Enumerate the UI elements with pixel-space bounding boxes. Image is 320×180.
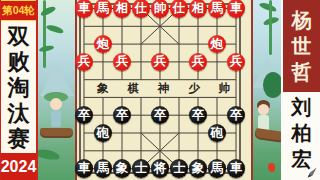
black-piece-馬: 馬 [208, 159, 227, 178]
red-piece-帥: 帥 [151, 0, 170, 18]
char: 刘 [292, 94, 312, 120]
left-sidebar: 第04轮 双败淘汰赛 2024 [0, 0, 38, 180]
char: 象 [97, 81, 109, 96]
char: 棋 [127, 81, 139, 96]
black-piece-車: 車 [227, 159, 246, 178]
tree-decoration [263, 72, 281, 98]
red-piece-仕: 仕 [170, 0, 189, 18]
bamboo-leaf-decoration [259, 1, 278, 13]
char: 神 [158, 81, 170, 96]
year-badge: 2024 [1, 153, 36, 180]
brush-pen-icon [305, 166, 318, 179]
char: 世 [292, 33, 312, 59]
red-piece-馬: 馬 [208, 0, 227, 18]
bamboo-leaf-decoration [39, 44, 55, 52]
char: 少 [188, 81, 200, 96]
bamboo-stalk-decoration [269, 0, 272, 55]
char: 柏 [292, 120, 312, 146]
char: 帅 [219, 81, 231, 96]
char: 赛 [8, 127, 30, 149]
char: 杨 [292, 7, 312, 33]
scenery-right [253, 0, 281, 180]
black-piece-士: 士 [170, 159, 189, 178]
boat-illustration [255, 128, 281, 141]
char: 汰 [8, 102, 30, 124]
bamboo-leaf-decoration [46, 23, 65, 34]
river-text: 象棋神少帅 [97, 81, 230, 96]
xiangqi-thumbnail: 第04轮 双败淘汰赛 2024 象棋神少帅 車馬相仕帥仕相馬車炮炮兵兵兵兵兵卒卒… [0, 0, 320, 180]
black-piece-馬: 馬 [94, 159, 113, 178]
char: 淘 [8, 76, 30, 98]
black-piece-象: 象 [189, 159, 208, 178]
red-piece-車: 車 [75, 0, 94, 18]
girl-right-illustration [258, 104, 269, 115]
black-piece-車: 車 [75, 159, 94, 178]
water-leaf-decoration [38, 148, 61, 161]
girl-left-body-illustration [51, 110, 61, 127]
black-piece-士: 士 [132, 159, 151, 178]
boat-illustration [40, 128, 73, 136]
right-sidebar: 杨世哲 刘柏宏 [281, 0, 320, 180]
red-piece-相: 相 [113, 0, 132, 18]
red-bird-illustration [268, 163, 275, 172]
black-piece-象: 象 [113, 159, 132, 178]
player-top-name: 杨世哲 [283, 0, 320, 92]
char: 败 [8, 50, 30, 72]
red-piece-車: 車 [227, 0, 246, 18]
scenery-left [38, 0, 75, 180]
char: 哲 [292, 59, 312, 85]
tournament-title: 双败淘汰赛 [1, 21, 36, 153]
round-banner: 第04轮 [1, 0, 36, 21]
girl-left-illustration [50, 98, 62, 110]
red-piece-馬: 馬 [94, 0, 113, 18]
xiangqi-board: 象棋神少帅 車馬相仕帥仕相馬車炮炮兵兵兵兵兵卒卒卒卒卒砲砲車馬象士将士象馬車 [75, 0, 253, 180]
char: 双 [8, 25, 30, 47]
black-piece-将: 将 [151, 159, 170, 178]
red-piece-仕: 仕 [132, 0, 151, 18]
red-piece-相: 相 [189, 0, 208, 18]
